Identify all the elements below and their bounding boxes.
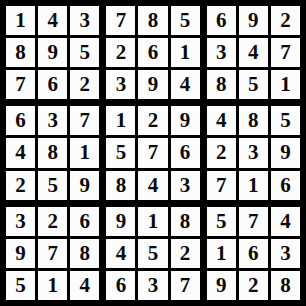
sudoku-cell-r4c2[interactable]: 3 (38, 106, 67, 135)
sudoku-cell-r5c2[interactable]: 8 (38, 138, 67, 167)
sudoku-cell-r8c1[interactable]: 9 (6, 239, 35, 268)
sudoku-cell-r4c5[interactable]: 2 (138, 106, 167, 135)
sudoku-cell-r8c6[interactable]: 2 (171, 239, 200, 268)
sudoku-cell-r6c5[interactable]: 4 (138, 171, 167, 200)
sudoku-cell-r5c6[interactable]: 6 (171, 138, 200, 167)
sudoku-cell-r1c7[interactable]: 6 (207, 6, 236, 35)
sudoku-cell-r4c1[interactable]: 6 (6, 106, 35, 135)
sudoku-cell-r9c3[interactable]: 4 (70, 271, 99, 300)
sudoku-cell-r4c8[interactable]: 8 (239, 106, 268, 135)
sudoku-cell-r8c4[interactable]: 4 (106, 239, 135, 268)
sudoku-cell-r5c3[interactable]: 1 (70, 138, 99, 167)
sudoku-cell-r1c9[interactable]: 2 (271, 6, 300, 35)
sudoku-cell-r4c6[interactable]: 9 (171, 106, 200, 135)
sudoku-cell-r2c9[interactable]: 7 (271, 38, 300, 67)
sudoku-cell-r8c5[interactable]: 5 (138, 239, 167, 268)
sudoku-cell-r4c9[interactable]: 5 (271, 106, 300, 135)
sudoku-cell-r4c4[interactable]: 1 (106, 106, 135, 135)
sudoku-cell-r7c3[interactable]: 6 (70, 207, 99, 236)
sudoku-cell-r2c2[interactable]: 9 (38, 38, 67, 67)
sudoku-cell-r5c5[interactable]: 7 (138, 138, 167, 167)
sudoku-cell-r9c5[interactable]: 3 (138, 271, 167, 300)
sudoku-cell-r8c9[interactable]: 3 (271, 239, 300, 268)
sudoku-cell-r7c4[interactable]: 9 (106, 207, 135, 236)
sudoku-cell-r1c5[interactable]: 8 (138, 6, 167, 35)
sudoku-cell-r3c5[interactable]: 9 (138, 70, 167, 99)
sudoku-cell-r5c4[interactable]: 5 (106, 138, 135, 167)
sudoku-cell-r3c7[interactable]: 8 (207, 70, 236, 99)
sudoku-cell-r2c3[interactable]: 5 (70, 38, 99, 67)
sudoku-cell-r2c4[interactable]: 2 (106, 38, 135, 67)
sudoku-cell-r5c7[interactable]: 2 (207, 138, 236, 167)
sudoku-cell-r6c3[interactable]: 9 (70, 171, 99, 200)
sudoku-cell-r5c1[interactable]: 4 (6, 138, 35, 167)
sudoku-page: 1437856928952613477623948516371294854815… (0, 0, 306, 306)
sudoku-cell-r9c9[interactable]: 8 (271, 271, 300, 300)
sudoku-cell-r2c5[interactable]: 6 (138, 38, 167, 67)
sudoku-cell-r8c7[interactable]: 1 (207, 239, 236, 268)
sudoku-cell-r5c9[interactable]: 9 (271, 138, 300, 167)
sudoku-cell-r7c2[interactable]: 2 (38, 207, 67, 236)
sudoku-cell-r2c8[interactable]: 4 (239, 38, 268, 67)
sudoku-cell-r1c8[interactable]: 9 (239, 6, 268, 35)
sudoku-cell-r7c8[interactable]: 7 (239, 207, 268, 236)
sudoku-cell-r7c1[interactable]: 3 (6, 207, 35, 236)
sudoku-cell-r7c5[interactable]: 1 (138, 207, 167, 236)
sudoku-cell-r9c6[interactable]: 7 (171, 271, 200, 300)
sudoku-cell-r2c6[interactable]: 1 (171, 38, 200, 67)
sudoku-cell-r5c8[interactable]: 3 (239, 138, 268, 167)
sudoku-cell-r7c6[interactable]: 8 (171, 207, 200, 236)
sudoku-cell-r6c2[interactable]: 5 (38, 171, 67, 200)
sudoku-cell-r4c7[interactable]: 4 (207, 106, 236, 135)
sudoku-cell-r9c7[interactable]: 9 (207, 271, 236, 300)
sudoku-board: 1437856928952613477623948516371294854815… (0, 0, 306, 306)
sudoku-cell-r7c9[interactable]: 4 (271, 207, 300, 236)
sudoku-cell-r6c9[interactable]: 6 (271, 171, 300, 200)
sudoku-cell-r1c6[interactable]: 5 (171, 6, 200, 35)
sudoku-cell-r1c4[interactable]: 7 (106, 6, 135, 35)
sudoku-cell-r3c3[interactable]: 2 (70, 70, 99, 99)
sudoku-cell-r9c8[interactable]: 2 (239, 271, 268, 300)
sudoku-cell-r6c4[interactable]: 8 (106, 171, 135, 200)
sudoku-cell-r3c2[interactable]: 6 (38, 70, 67, 99)
sudoku-cell-r8c8[interactable]: 6 (239, 239, 268, 268)
sudoku-cell-r8c2[interactable]: 7 (38, 239, 67, 268)
sudoku-cell-r9c2[interactable]: 1 (38, 271, 67, 300)
sudoku-cell-r9c1[interactable]: 5 (6, 271, 35, 300)
sudoku-cell-r3c1[interactable]: 7 (6, 70, 35, 99)
sudoku-cell-r6c1[interactable]: 2 (6, 171, 35, 200)
sudoku-cell-r1c2[interactable]: 4 (38, 6, 67, 35)
sudoku-cell-r7c7[interactable]: 5 (207, 207, 236, 236)
sudoku-cell-r8c3[interactable]: 8 (70, 239, 99, 268)
sudoku-cell-r2c7[interactable]: 3 (207, 38, 236, 67)
sudoku-cell-r9c4[interactable]: 6 (106, 271, 135, 300)
sudoku-cell-r3c9[interactable]: 1 (271, 70, 300, 99)
sudoku-cell-r4c3[interactable]: 7 (70, 106, 99, 135)
sudoku-cell-r3c6[interactable]: 4 (171, 70, 200, 99)
sudoku-cell-r3c4[interactable]: 3 (106, 70, 135, 99)
sudoku-cell-r1c3[interactable]: 3 (70, 6, 99, 35)
sudoku-cell-r2c1[interactable]: 8 (6, 38, 35, 67)
sudoku-cell-r3c8[interactable]: 5 (239, 70, 268, 99)
sudoku-cell-r6c6[interactable]: 3 (171, 171, 200, 200)
sudoku-cell-r6c8[interactable]: 1 (239, 171, 268, 200)
sudoku-cell-r1c1[interactable]: 1 (6, 6, 35, 35)
sudoku-cell-r6c7[interactable]: 7 (207, 171, 236, 200)
